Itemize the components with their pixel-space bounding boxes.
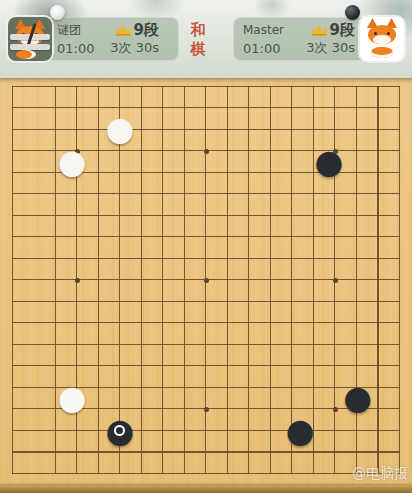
left-player-info: 谜团 9段 01:00 3次 30s: [57, 21, 159, 57]
fox-icon: [367, 20, 397, 46]
right-player-info: Master 9段 01:00 3次 30s: [243, 21, 355, 57]
black-stone-R4: ●: [343, 381, 372, 414]
white-stone-D16: ●: [58, 145, 87, 178]
right-player-avatar[interactable]: [360, 17, 404, 61]
crown-icon: [116, 25, 131, 36]
game-result-label: 和棋: [189, 21, 207, 59]
byoyomi-time: 3次 30s: [110, 39, 159, 57]
white-stone-indicator: [50, 5, 65, 20]
table-edge: [0, 485, 412, 493]
white-stone-glyph: ●: [58, 145, 87, 178]
crown-icon: [312, 25, 327, 36]
go-app: 谜团 9段 01:00 3次 30s 和棋 Master: [0, 0, 412, 493]
left-player-avatar[interactable]: [8, 17, 52, 61]
player-card-right: Master 9段 01:00 3次 30s: [233, 17, 405, 61]
watermark: @电脑报: [352, 465, 408, 483]
match-header: 谜团 9段 01:00 3次 30s 和棋 Master: [0, 0, 412, 78]
white-stone-glyph: ●: [106, 112, 135, 145]
black-stone-P3: ●: [286, 414, 315, 447]
black-stone-Q16: ●: [315, 145, 344, 178]
player-rank: 9段: [330, 21, 355, 40]
black-stone-F3: ●: [106, 414, 135, 447]
fox-body: [371, 47, 393, 58]
stones-layer: ●●●●●●●: [1, 75, 410, 484]
fox-tail: [16, 50, 36, 59]
white-stone-D4: ●: [58, 381, 87, 414]
black-stone-glyph: ●: [315, 145, 344, 178]
black-stone-indicator: [345, 5, 360, 20]
go-board[interactable]: ●●●●●●● @电脑报: [0, 78, 412, 493]
black-stone-glyph: ●: [286, 414, 315, 447]
fence-slat: [10, 44, 50, 50]
player-card-left: 谜团 9段 01:00 3次 30s: [7, 17, 179, 61]
byoyomi-time: 3次 30s: [306, 39, 355, 57]
player-name: 谜团: [57, 22, 81, 39]
main-time: 01:00: [243, 41, 280, 56]
player-name: Master: [243, 23, 284, 37]
main-time: 01:00: [57, 41, 94, 56]
white-stone-glyph: ●: [58, 381, 87, 414]
white-stone-F17: ●: [106, 112, 135, 145]
player-rank: 9段: [134, 21, 159, 40]
black-stone-glyph: ●: [343, 381, 372, 414]
